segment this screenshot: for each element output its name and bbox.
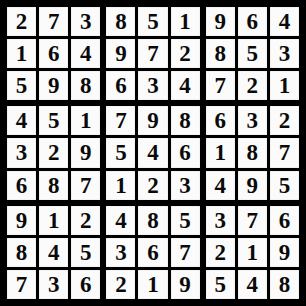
cell-r7c2[interactable]: 1 [39,206,68,235]
cell-r5c8[interactable]: 8 [238,138,267,167]
cell-r2c1[interactable]: 1 [7,39,36,68]
cell-r8c8[interactable]: 1 [238,238,267,267]
cell-r3c3[interactable]: 8 [71,71,100,100]
cell-r3c5[interactable]: 3 [138,71,167,100]
box-r1c1: 273164598 [7,7,100,100]
cell-r9c2[interactable]: 3 [39,270,68,299]
cell-r3c8[interactable]: 2 [238,71,267,100]
box-r3c2: 485367219 [106,206,199,299]
cell-r6c3[interactable]: 7 [71,171,100,200]
cell-r4c9[interactable]: 2 [270,106,299,135]
cell-r9c3[interactable]: 6 [71,270,100,299]
cell-r1c6[interactable]: 1 [171,7,200,36]
cell-r5c3[interactable]: 9 [71,138,100,167]
box-r2c1: 451329687 [7,106,100,199]
cell-r2c4[interactable]: 9 [106,39,135,68]
cell-r6c1[interactable]: 6 [7,171,36,200]
cell-r2c2[interactable]: 6 [39,39,68,68]
cell-r1c1[interactable]: 2 [7,7,36,36]
cell-r2c6[interactable]: 2 [171,39,200,68]
cell-r9c5[interactable]: 1 [138,270,167,299]
box-r3c1: 912845736 [7,206,100,299]
cell-r5c4[interactable]: 5 [106,138,135,167]
cell-r4c2[interactable]: 5 [39,106,68,135]
cell-r8c2[interactable]: 4 [39,238,68,267]
cell-r8c1[interactable]: 8 [7,238,36,267]
box-r2c3: 632187495 [206,106,299,199]
cell-r9c6[interactable]: 9 [171,270,200,299]
cell-r3c7[interactable]: 7 [206,71,235,100]
cell-r4c7[interactable]: 6 [206,106,235,135]
box-r1c2: 851972634 [106,7,199,100]
cell-r5c2[interactable]: 2 [39,138,68,167]
cell-r5c6[interactable]: 6 [171,138,200,167]
cell-r7c6[interactable]: 5 [171,206,200,235]
cell-r9c8[interactable]: 4 [238,270,267,299]
cell-r2c3[interactable]: 4 [71,39,100,68]
cell-r8c4[interactable]: 3 [106,238,135,267]
cell-r3c1[interactable]: 5 [7,71,36,100]
cell-r6c2[interactable]: 8 [39,171,68,200]
cell-r4c4[interactable]: 7 [106,106,135,135]
cell-r7c4[interactable]: 4 [106,206,135,235]
cell-r6c5[interactable]: 2 [138,171,167,200]
cell-r6c7[interactable]: 4 [206,171,235,200]
cell-r2c9[interactable]: 3 [270,39,299,68]
cell-r5c5[interactable]: 4 [138,138,167,167]
cell-r4c1[interactable]: 4 [7,106,36,135]
cell-r8c3[interactable]: 5 [71,238,100,267]
cell-r7c5[interactable]: 8 [138,206,167,235]
cell-r9c1[interactable]: 7 [7,270,36,299]
cell-r8c6[interactable]: 7 [171,238,200,267]
cell-r2c8[interactable]: 5 [238,39,267,68]
cell-r8c9[interactable]: 9 [270,238,299,267]
cell-r7c9[interactable]: 6 [270,206,299,235]
box-r2c2: 798546123 [106,106,199,199]
cell-r8c5[interactable]: 6 [138,238,167,267]
cell-r3c6[interactable]: 4 [171,71,200,100]
cell-r7c1[interactable]: 9 [7,206,36,235]
cell-r9c9[interactable]: 8 [270,270,299,299]
cell-r7c3[interactable]: 2 [71,206,100,235]
cell-r8c7[interactable]: 2 [206,238,235,267]
cell-r9c4[interactable]: 2 [106,270,135,299]
cell-r4c8[interactable]: 3 [238,106,267,135]
cell-r6c9[interactable]: 5 [270,171,299,200]
cell-r1c5[interactable]: 5 [138,7,167,36]
cell-r4c3[interactable]: 1 [71,106,100,135]
cell-r1c9[interactable]: 4 [270,7,299,36]
cell-r1c8[interactable]: 6 [238,7,267,36]
cell-r3c2[interactable]: 9 [39,71,68,100]
cell-r7c7[interactable]: 3 [206,206,235,235]
cell-r6c6[interactable]: 3 [171,171,200,200]
cell-r2c7[interactable]: 8 [206,39,235,68]
cell-r5c9[interactable]: 7 [270,138,299,167]
cell-r2c5[interactable]: 7 [138,39,167,68]
cell-r5c7[interactable]: 1 [206,138,235,167]
cell-r1c2[interactable]: 7 [39,7,68,36]
cell-r4c5[interactable]: 9 [138,106,167,135]
cell-r3c4[interactable]: 6 [106,71,135,100]
cell-r4c6[interactable]: 8 [171,106,200,135]
cell-r1c7[interactable]: 9 [206,7,235,36]
cell-r6c4[interactable]: 1 [106,171,135,200]
box-r1c3: 964853721 [206,7,299,100]
cell-r3c9[interactable]: 1 [270,71,299,100]
cell-r1c4[interactable]: 8 [106,7,135,36]
sudoku-board: 2731645988519726349648537214513296877985… [0,0,306,306]
cell-r6c8[interactable]: 9 [238,171,267,200]
cell-r7c8[interactable]: 7 [238,206,267,235]
cell-r9c7[interactable]: 5 [206,270,235,299]
cell-r5c1[interactable]: 3 [7,138,36,167]
cell-r1c3[interactable]: 3 [71,7,100,36]
box-r3c3: 376219548 [206,206,299,299]
